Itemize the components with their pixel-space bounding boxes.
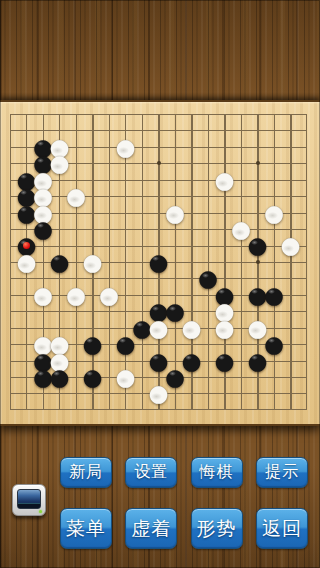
board-cell[interactable] xyxy=(299,237,316,253)
board-cell[interactable] xyxy=(216,254,233,270)
board-cell[interactable] xyxy=(84,139,101,155)
board-cell[interactable]: ● xyxy=(183,352,200,368)
computer-screen-strip xyxy=(18,503,40,508)
board-cell[interactable] xyxy=(249,106,266,122)
menu-button[interactable]: 菜单 xyxy=(60,508,112,549)
board-cell[interactable] xyxy=(134,106,151,122)
board-cell[interactable]: ● xyxy=(68,287,85,303)
board-cell[interactable] xyxy=(266,155,283,171)
board-cell[interactable] xyxy=(150,402,167,418)
computer-icon[interactable] xyxy=(12,484,46,516)
board-cell[interactable] xyxy=(249,155,266,171)
board-cell[interactable] xyxy=(282,106,299,122)
board-cell[interactable] xyxy=(216,106,233,122)
board-cell[interactable] xyxy=(167,106,184,122)
black-stone: ● xyxy=(264,287,284,303)
board-cell[interactable] xyxy=(2,303,19,319)
board-cell[interactable] xyxy=(134,270,151,286)
board-cell[interactable] xyxy=(167,155,184,171)
board-cell[interactable]: ● xyxy=(266,336,283,352)
board-cell[interactable] xyxy=(101,204,118,220)
board-cell[interactable] xyxy=(117,254,134,270)
board-cell[interactable] xyxy=(216,237,233,253)
board-cell[interactable] xyxy=(84,106,101,122)
board-cell[interactable] xyxy=(68,155,85,171)
board-cell[interactable] xyxy=(51,204,68,220)
board-cell[interactable] xyxy=(200,221,217,237)
board-cell[interactable] xyxy=(84,188,101,204)
board-cell[interactable] xyxy=(167,221,184,237)
board-cell[interactable] xyxy=(233,254,250,270)
back-button[interactable]: 返回 xyxy=(256,508,308,549)
board-cell[interactable] xyxy=(167,270,184,286)
board-cell[interactable] xyxy=(183,172,200,188)
board-cell[interactable]: ● xyxy=(150,385,167,401)
board-cell[interactable] xyxy=(68,204,85,220)
board-cell[interactable]: ● xyxy=(249,352,266,368)
board-cell[interactable] xyxy=(2,122,19,138)
black-stone: ● xyxy=(148,254,168,270)
board-cell[interactable] xyxy=(150,155,167,171)
black-stone: ● xyxy=(49,369,69,385)
board-cells: ●●●●●●●●●●●●●●●●●●●●●●●●●●●●●●●●●●●●●●●●… xyxy=(2,106,316,418)
board-cell[interactable] xyxy=(282,139,299,155)
board-cell[interactable]: ● xyxy=(216,352,233,368)
board-cell[interactable] xyxy=(299,352,316,368)
board-cell[interactable] xyxy=(150,221,167,237)
board-cell[interactable] xyxy=(51,385,68,401)
board-cell[interactable] xyxy=(68,303,85,319)
board-cell[interactable] xyxy=(134,204,151,220)
board-cell[interactable] xyxy=(2,352,19,368)
board-cell[interactable] xyxy=(299,139,316,155)
board-cell[interactable] xyxy=(282,336,299,352)
board-cell[interactable] xyxy=(134,221,151,237)
board-cell[interactable] xyxy=(117,204,134,220)
board-cell[interactable] xyxy=(117,385,134,401)
board-cell[interactable] xyxy=(233,188,250,204)
board-cell[interactable]: ● xyxy=(282,237,299,253)
board-cell[interactable] xyxy=(216,139,233,155)
board-cell[interactable] xyxy=(299,319,316,335)
board-cell[interactable]: ● xyxy=(183,319,200,335)
board-cell[interactable] xyxy=(167,385,184,401)
board-cell[interactable] xyxy=(68,402,85,418)
board-cell[interactable] xyxy=(266,385,283,401)
board-cell[interactable] xyxy=(282,385,299,401)
toolbar-top: 新局设置悔棋提示 xyxy=(60,457,308,488)
board-cell[interactable]: ● xyxy=(51,155,68,171)
board-cell[interactable] xyxy=(183,385,200,401)
board-cell[interactable] xyxy=(150,172,167,188)
board-cell[interactable] xyxy=(183,402,200,418)
board-cell[interactable] xyxy=(2,385,19,401)
board-cell[interactable]: ● xyxy=(84,254,101,270)
board-cell[interactable] xyxy=(282,402,299,418)
board-cell[interactable] xyxy=(2,336,19,352)
black-stone: ● xyxy=(82,369,102,385)
board-cell[interactable] xyxy=(101,385,118,401)
board-cell[interactable] xyxy=(249,172,266,188)
board-cell[interactable] xyxy=(282,287,299,303)
undo-button[interactable]: 悔棋 xyxy=(191,457,243,488)
toolbar-bottom: 菜单虚着形势返回 xyxy=(60,508,308,549)
white-stone: ● xyxy=(82,254,102,270)
board-cell[interactable] xyxy=(150,270,167,286)
board-cell[interactable] xyxy=(282,155,299,171)
board-cell[interactable] xyxy=(84,402,101,418)
board-cell[interactable] xyxy=(249,369,266,385)
board-cell[interactable] xyxy=(117,188,134,204)
board-cell[interactable] xyxy=(68,221,85,237)
board-cell[interactable]: ● xyxy=(216,172,233,188)
board-cell[interactable] xyxy=(101,237,118,253)
board-cell[interactable]: ● xyxy=(266,204,283,220)
white-stone: ● xyxy=(66,188,86,204)
board-cell[interactable] xyxy=(216,385,233,401)
white-stone: ● xyxy=(148,319,168,335)
board-cell[interactable] xyxy=(167,172,184,188)
board-cell[interactable] xyxy=(101,155,118,171)
board-cell[interactable] xyxy=(101,303,118,319)
board-cell[interactable] xyxy=(183,155,200,171)
board-cell[interactable] xyxy=(101,188,118,204)
board-cell[interactable] xyxy=(299,188,316,204)
black-stone: ● xyxy=(49,254,69,270)
board-cell[interactable] xyxy=(18,402,35,418)
board-cell[interactable] xyxy=(299,369,316,385)
board-cell[interactable] xyxy=(216,122,233,138)
black-stone: ● xyxy=(247,237,267,253)
board-cell[interactable] xyxy=(266,369,283,385)
board-cell[interactable] xyxy=(299,122,316,138)
board-cell[interactable] xyxy=(167,122,184,138)
board-cell[interactable] xyxy=(101,254,118,270)
board-cell[interactable] xyxy=(117,402,134,418)
board-cell[interactable] xyxy=(216,188,233,204)
white-stone: ● xyxy=(115,139,135,155)
board-cell[interactable] xyxy=(299,336,316,352)
situation-button[interactable]: 形势 xyxy=(191,508,243,549)
board-cell[interactable] xyxy=(84,172,101,188)
board-cell[interactable] xyxy=(101,402,118,418)
white-stone: ● xyxy=(264,204,284,220)
board-cell[interactable] xyxy=(249,139,266,155)
board-cell[interactable] xyxy=(101,172,118,188)
board-cell[interactable] xyxy=(117,237,134,253)
board-cell[interactable] xyxy=(216,369,233,385)
board-cell[interactable] xyxy=(167,254,184,270)
board-cell[interactable]: ● xyxy=(84,369,101,385)
board-cell[interactable] xyxy=(282,204,299,220)
board-cell[interactable] xyxy=(167,237,184,253)
board-cell[interactable] xyxy=(266,303,283,319)
board-cell[interactable] xyxy=(2,369,19,385)
board-cell[interactable] xyxy=(200,369,217,385)
board-cell[interactable] xyxy=(2,319,19,335)
board-cell[interactable] xyxy=(282,122,299,138)
board-cell[interactable] xyxy=(150,106,167,122)
board-cell[interactable] xyxy=(35,385,52,401)
board-cell[interactable]: ● xyxy=(117,369,134,385)
board-cell[interactable] xyxy=(266,172,283,188)
power-led-icon xyxy=(39,510,42,513)
board-cell[interactable] xyxy=(200,139,217,155)
board-cell[interactable] xyxy=(2,139,19,155)
board-cell[interactable]: ● xyxy=(35,221,52,237)
board-cell[interactable] xyxy=(282,303,299,319)
white-stone: ● xyxy=(148,385,168,401)
board-cell[interactable] xyxy=(68,122,85,138)
board-cell[interactable] xyxy=(249,402,266,418)
board-cell[interactable] xyxy=(266,352,283,368)
board-cell[interactable] xyxy=(35,106,52,122)
board-cell[interactable]: ● xyxy=(117,139,134,155)
board-cell[interactable] xyxy=(282,254,299,270)
black-stone: ● xyxy=(115,336,135,352)
board-cell[interactable] xyxy=(183,237,200,253)
board-cell[interactable] xyxy=(183,221,200,237)
white-stone: ● xyxy=(115,369,135,385)
board-cell[interactable] xyxy=(299,221,316,237)
black-stone: ● xyxy=(214,352,234,368)
board-cell[interactable]: ● xyxy=(18,254,35,270)
board-cell[interactable] xyxy=(233,139,250,155)
white-stone: ● xyxy=(165,204,185,220)
board-cell[interactable] xyxy=(134,122,151,138)
board-cell[interactable] xyxy=(167,402,184,418)
board-cell[interactable]: ● xyxy=(68,188,85,204)
board-cell[interactable] xyxy=(183,122,200,138)
board-cell[interactable] xyxy=(2,106,19,122)
board-cell[interactable] xyxy=(2,270,19,286)
board-cell[interactable] xyxy=(134,188,151,204)
board-cell[interactable] xyxy=(282,369,299,385)
computer-screen xyxy=(17,489,41,509)
go-board: ●●●●●●●●●●●●●●●●●●●●●●●●●●●●●●●●●●●●●●●●… xyxy=(0,100,320,426)
board-cell[interactable] xyxy=(200,204,217,220)
board-cell[interactable] xyxy=(167,139,184,155)
board-cell[interactable] xyxy=(134,402,151,418)
board-cell[interactable] xyxy=(200,385,217,401)
board-cell[interactable] xyxy=(282,319,299,335)
white-stone: ● xyxy=(214,319,234,335)
board-cell[interactable] xyxy=(266,122,283,138)
board-cell[interactable] xyxy=(183,139,200,155)
board-cell[interactable] xyxy=(183,204,200,220)
board-cell[interactable] xyxy=(35,402,52,418)
board-cell[interactable] xyxy=(134,155,151,171)
black-stone: ● xyxy=(82,336,102,352)
board-cell[interactable] xyxy=(299,303,316,319)
board-cell[interactable] xyxy=(84,221,101,237)
board-cell[interactable] xyxy=(299,155,316,171)
board-cell[interactable] xyxy=(233,369,250,385)
board-cell[interactable]: ● xyxy=(117,336,134,352)
board-cell[interactable] xyxy=(233,106,250,122)
white-stone: ● xyxy=(99,287,119,303)
board-cell[interactable]: ● xyxy=(150,319,167,335)
board-cell[interactable] xyxy=(233,155,250,171)
board-cell[interactable] xyxy=(216,402,233,418)
black-stone: ● xyxy=(247,352,267,368)
board-cell[interactable]: ● xyxy=(266,287,283,303)
board-cell[interactable] xyxy=(233,122,250,138)
board-cell[interactable] xyxy=(18,106,35,122)
pass-button[interactable]: 虚着 xyxy=(125,508,177,549)
board-cell[interactable] xyxy=(150,139,167,155)
white-stone: ● xyxy=(214,172,234,188)
board-cell[interactable] xyxy=(18,385,35,401)
board-cell[interactable]: ● xyxy=(249,237,266,253)
board-cell[interactable] xyxy=(134,139,151,155)
go-app-screen: ●●●●●●●●●●●●●●●●●●●●●●●●●●●●●●●●●●●●●●●●… xyxy=(0,0,320,568)
white-stone: ● xyxy=(181,319,201,335)
board-cell[interactable]: ● xyxy=(84,336,101,352)
board-cell[interactable]: ● xyxy=(216,319,233,335)
board-cell[interactable]: ● xyxy=(35,287,52,303)
board-cell[interactable]: ● xyxy=(167,204,184,220)
board-cell[interactable] xyxy=(51,106,68,122)
board-cell[interactable] xyxy=(200,237,217,253)
board-cell[interactable] xyxy=(266,402,283,418)
board-cell[interactable] xyxy=(299,204,316,220)
board-cell[interactable] xyxy=(299,385,316,401)
board-cell[interactable] xyxy=(233,402,250,418)
new-game-button[interactable]: 新局 xyxy=(60,457,112,488)
board-cell[interactable] xyxy=(84,155,101,171)
board-cell[interactable] xyxy=(68,385,85,401)
board-cell[interactable] xyxy=(266,139,283,155)
board-cell[interactable] xyxy=(266,106,283,122)
board-cell[interactable] xyxy=(68,106,85,122)
board-cell[interactable] xyxy=(183,369,200,385)
board-cell[interactable] xyxy=(299,172,316,188)
board-cell[interactable] xyxy=(200,402,217,418)
board-cell[interactable] xyxy=(117,287,134,303)
board-cell[interactable] xyxy=(68,139,85,155)
board-cell[interactable] xyxy=(51,402,68,418)
last-move-marker xyxy=(23,242,30,249)
board-cell[interactable] xyxy=(249,122,266,138)
board-cell[interactable] xyxy=(299,270,316,286)
board-cell[interactable] xyxy=(2,287,19,303)
board-cell[interactable] xyxy=(2,402,19,418)
white-stone: ● xyxy=(16,254,36,270)
board-cell[interactable] xyxy=(117,155,134,171)
board-cell[interactable] xyxy=(84,303,101,319)
board-cell[interactable]: ● xyxy=(51,369,68,385)
board-cell[interactable] xyxy=(249,254,266,270)
board-cell[interactable] xyxy=(299,254,316,270)
board-cell[interactable] xyxy=(183,106,200,122)
board-cell[interactable]: ● xyxy=(101,287,118,303)
board-cell[interactable] xyxy=(101,106,118,122)
board-cell[interactable] xyxy=(299,287,316,303)
board-cell[interactable]: ● xyxy=(51,254,68,270)
board-cell[interactable] xyxy=(299,402,316,418)
board-cell[interactable] xyxy=(282,270,299,286)
board-cell[interactable] xyxy=(282,352,299,368)
board-cell[interactable] xyxy=(84,204,101,220)
board-cell[interactable] xyxy=(101,221,118,237)
board-cell[interactable] xyxy=(117,172,134,188)
board-cell[interactable] xyxy=(200,122,217,138)
board-cell[interactable] xyxy=(299,106,316,122)
hint-button[interactable]: 提示 xyxy=(256,457,308,488)
board-cell[interactable] xyxy=(233,385,250,401)
board-cell[interactable] xyxy=(200,106,217,122)
board-cell[interactable] xyxy=(117,270,134,286)
settings-button[interactable]: 设置 xyxy=(125,457,177,488)
board-cell[interactable] xyxy=(282,188,299,204)
white-stone: ● xyxy=(33,287,53,303)
white-stone: ● xyxy=(280,237,300,253)
board-cell[interactable] xyxy=(51,303,68,319)
board-cell[interactable] xyxy=(233,172,250,188)
board-cell[interactable] xyxy=(282,172,299,188)
board-cell[interactable] xyxy=(117,106,134,122)
board-cell[interactable] xyxy=(18,303,35,319)
board-cell[interactable] xyxy=(266,254,283,270)
board-cell[interactable] xyxy=(200,188,217,204)
board-cell[interactable] xyxy=(183,188,200,204)
board-cell[interactable] xyxy=(150,122,167,138)
board-cell[interactable] xyxy=(51,221,68,237)
board-cell[interactable] xyxy=(134,172,151,188)
board-cell[interactable] xyxy=(84,385,101,401)
board-cell[interactable] xyxy=(249,385,266,401)
board-cell[interactable] xyxy=(183,287,200,303)
computer-frame xyxy=(12,484,46,516)
board-cell[interactable] xyxy=(117,221,134,237)
white-stone: ● xyxy=(66,287,86,303)
board-cell[interactable] xyxy=(35,303,52,319)
board-cell[interactable] xyxy=(84,122,101,138)
board-cell[interactable]: ● xyxy=(150,254,167,270)
board-cell[interactable]: ● xyxy=(167,369,184,385)
